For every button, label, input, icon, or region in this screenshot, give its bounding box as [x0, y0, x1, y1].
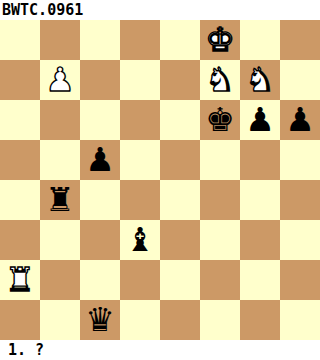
square-g7[interactable]: ♞: [240, 60, 280, 100]
square-b5[interactable]: [40, 140, 80, 180]
square-e2[interactable]: [160, 260, 200, 300]
piece-black-king[interactable]: ♚: [205, 100, 235, 140]
square-h7[interactable]: [280, 60, 320, 100]
square-c8[interactable]: [80, 20, 120, 60]
square-f3[interactable]: [200, 220, 240, 260]
square-a8[interactable]: [0, 20, 40, 60]
square-f5[interactable]: [200, 140, 240, 180]
square-d7[interactable]: [120, 60, 160, 100]
square-g5[interactable]: [240, 140, 280, 180]
square-e4[interactable]: [160, 180, 200, 220]
piece-white-king[interactable]: ♚: [205, 20, 235, 60]
square-h8[interactable]: [280, 20, 320, 60]
square-c5[interactable]: ♟: [80, 140, 120, 180]
square-f8[interactable]: ♚: [200, 20, 240, 60]
square-h1[interactable]: [280, 300, 320, 340]
square-c3[interactable]: [80, 220, 120, 260]
square-h2[interactable]: [280, 260, 320, 300]
piece-white-knight[interactable]: ♞: [205, 60, 235, 100]
square-g1[interactable]: [240, 300, 280, 340]
square-a6[interactable]: [0, 100, 40, 140]
square-b6[interactable]: [40, 100, 80, 140]
square-g2[interactable]: [240, 260, 280, 300]
square-g8[interactable]: [240, 20, 280, 60]
square-b2[interactable]: [40, 260, 80, 300]
square-d8[interactable]: [120, 20, 160, 60]
square-h3[interactable]: [280, 220, 320, 260]
piece-black-bishop[interactable]: ♝: [125, 220, 155, 260]
square-a7[interactable]: [0, 60, 40, 100]
square-f1[interactable]: [200, 300, 240, 340]
square-e8[interactable]: [160, 20, 200, 60]
square-e3[interactable]: [160, 220, 200, 260]
square-d6[interactable]: [120, 100, 160, 140]
square-f7[interactable]: ♞: [200, 60, 240, 100]
square-d5[interactable]: [120, 140, 160, 180]
square-a2[interactable]: ♜: [0, 260, 40, 300]
square-c1[interactable]: ♛: [80, 300, 120, 340]
square-a3[interactable]: [0, 220, 40, 260]
square-d4[interactable]: [120, 180, 160, 220]
chess-diagram: BWTC.0961 ♚♟♞♞♚♟♟♟♜♝♜♛ 1. ?: [0, 0, 320, 360]
diagram-title: BWTC.0961: [2, 1, 83, 19]
square-b4[interactable]: ♜: [40, 180, 80, 220]
square-d1[interactable]: [120, 300, 160, 340]
piece-black-queen[interactable]: ♛: [85, 300, 115, 340]
square-a4[interactable]: [0, 180, 40, 220]
piece-white-knight[interactable]: ♞: [245, 60, 275, 100]
square-e1[interactable]: [160, 300, 200, 340]
square-a1[interactable]: [0, 300, 40, 340]
square-h6[interactable]: ♟: [280, 100, 320, 140]
square-c6[interactable]: [80, 100, 120, 140]
move-prompt: 1. ?: [8, 341, 44, 359]
square-f4[interactable]: [200, 180, 240, 220]
piece-white-pawn[interactable]: ♟: [45, 60, 75, 100]
square-e6[interactable]: [160, 100, 200, 140]
square-g3[interactable]: [240, 220, 280, 260]
square-c2[interactable]: [80, 260, 120, 300]
square-b1[interactable]: [40, 300, 80, 340]
square-g6[interactable]: ♟: [240, 100, 280, 140]
piece-black-pawn[interactable]: ♟: [245, 100, 275, 140]
square-g4[interactable]: [240, 180, 280, 220]
square-c7[interactable]: [80, 60, 120, 100]
square-c4[interactable]: [80, 180, 120, 220]
square-f2[interactable]: [200, 260, 240, 300]
piece-white-rook[interactable]: ♜: [5, 260, 35, 300]
square-b8[interactable]: [40, 20, 80, 60]
square-d3[interactable]: ♝: [120, 220, 160, 260]
square-f6[interactable]: ♚: [200, 100, 240, 140]
diagram-title-bar: BWTC.0961: [0, 0, 320, 20]
square-b3[interactable]: [40, 220, 80, 260]
square-e7[interactable]: [160, 60, 200, 100]
piece-black-pawn[interactable]: ♟: [85, 140, 115, 180]
square-e5[interactable]: [160, 140, 200, 180]
square-a5[interactable]: [0, 140, 40, 180]
move-prompt-bar: 1. ?: [0, 340, 320, 360]
square-d2[interactable]: [120, 260, 160, 300]
square-b7[interactable]: ♟: [40, 60, 80, 100]
piece-black-pawn[interactable]: ♟: [285, 100, 315, 140]
piece-black-rook[interactable]: ♜: [45, 180, 75, 220]
square-h5[interactable]: [280, 140, 320, 180]
square-h4[interactable]: [280, 180, 320, 220]
chess-board: ♚♟♞♞♚♟♟♟♜♝♜♛: [0, 20, 320, 340]
